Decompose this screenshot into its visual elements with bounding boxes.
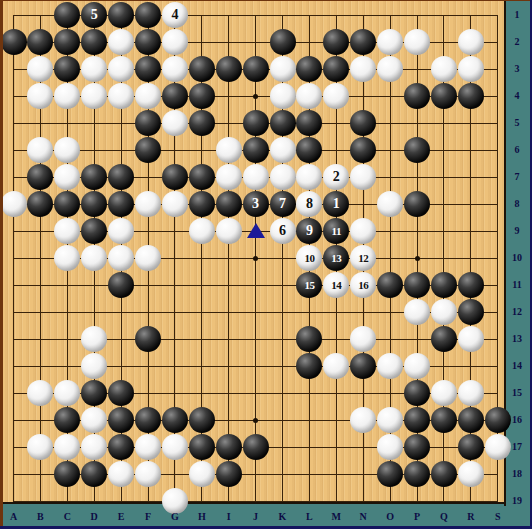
stone-G16[interactable]: [162, 407, 188, 433]
stone-H3[interactable]: [189, 56, 215, 82]
stone-N6[interactable]: [350, 137, 376, 163]
stone-E17[interactable]: [108, 434, 134, 460]
stone-E10[interactable]: [108, 245, 134, 271]
row-label-3: 3: [507, 64, 527, 74]
stone-N14[interactable]: [350, 353, 376, 379]
move-number-label: 7: [279, 197, 286, 211]
row-label-4: 4: [507, 91, 527, 101]
stone-R18[interactable]: [458, 461, 484, 487]
stone-E3[interactable]: [108, 56, 134, 82]
col-label-R: R: [465, 512, 477, 522]
stone-D3[interactable]: [81, 56, 107, 82]
board-bottom-edge: [0, 502, 506, 504]
stone-P2[interactable]: [404, 29, 430, 55]
move-number-label: 14: [331, 280, 341, 291]
stone-H4[interactable]: [189, 83, 215, 109]
stone-E8[interactable]: [108, 191, 134, 217]
stone-J6[interactable]: [243, 137, 269, 163]
move-number-label: 4: [171, 8, 178, 22]
stone-G7[interactable]: [162, 164, 188, 190]
stone-H8[interactable]: [189, 191, 215, 217]
stone-Q12[interactable]: [431, 299, 457, 325]
stone-F4[interactable]: [135, 83, 161, 109]
stone-P18[interactable]: [404, 461, 430, 487]
stone-I6[interactable]: [216, 137, 242, 163]
stone-J3[interactable]: [243, 56, 269, 82]
star-point-J16: [253, 418, 258, 423]
col-label-I: I: [223, 512, 235, 522]
stone-P16[interactable]: [404, 407, 430, 433]
stone-E15[interactable]: [108, 380, 134, 406]
col-label-O: O: [384, 512, 396, 522]
stone-G2[interactable]: [162, 29, 188, 55]
stone-K7[interactable]: [270, 164, 296, 190]
stone-E4[interactable]: [108, 83, 134, 109]
stone-F10[interactable]: [135, 245, 161, 271]
move-number-label: 12: [358, 253, 368, 264]
star-point-J10: [253, 256, 258, 261]
stone-O11[interactable]: [377, 272, 403, 298]
stone-J7[interactable]: [243, 164, 269, 190]
stone-K3[interactable]: [270, 56, 296, 82]
col-label-K: K: [277, 512, 289, 522]
stone-D9[interactable]: [81, 218, 107, 244]
move-number-label: 11: [332, 226, 341, 237]
stone-N9[interactable]: [350, 218, 376, 244]
stone-H9[interactable]: [189, 218, 215, 244]
col-label-D: D: [88, 512, 100, 522]
stone-F17[interactable]: [135, 434, 161, 460]
stone-N10[interactable]: 12: [350, 245, 376, 271]
stone-R15[interactable]: [458, 380, 484, 406]
stone-E11[interactable]: [108, 272, 134, 298]
col-label-A: A: [8, 512, 20, 522]
stone-G4[interactable]: [162, 83, 188, 109]
stone-R4[interactable]: [458, 83, 484, 109]
stone-E7[interactable]: [108, 164, 134, 190]
stone-N7[interactable]: [350, 164, 376, 190]
stone-K5[interactable]: [270, 110, 296, 136]
stone-F6[interactable]: [135, 137, 161, 163]
stone-E9[interactable]: [108, 218, 134, 244]
col-label-B: B: [34, 512, 46, 522]
row-label-15: 15: [507, 388, 527, 398]
stone-J17[interactable]: [243, 434, 269, 460]
stone-F3[interactable]: [135, 56, 161, 82]
col-label-F: F: [142, 512, 154, 522]
stone-I9[interactable]: [216, 218, 242, 244]
stone-F5[interactable]: [135, 110, 161, 136]
stone-D18[interactable]: [81, 461, 107, 487]
row-label-5: 5: [507, 118, 527, 128]
stone-D13[interactable]: [81, 326, 107, 352]
stone-N5[interactable]: [350, 110, 376, 136]
move-number-label: 15: [304, 280, 314, 291]
col-label-L: L: [303, 512, 315, 522]
stone-D1[interactable]: 5: [81, 2, 107, 28]
stone-E2[interactable]: [108, 29, 134, 55]
move-number-label: 9: [306, 224, 313, 238]
stone-I3[interactable]: [216, 56, 242, 82]
stone-R11[interactable]: [458, 272, 484, 298]
stone-K9[interactable]: 6: [270, 218, 296, 244]
stone-O2[interactable]: [377, 29, 403, 55]
window-border-left: [0, 0, 3, 529]
stone-P14[interactable]: [404, 353, 430, 379]
row-label-19: 19: [507, 496, 527, 506]
stone-G8[interactable]: [162, 191, 188, 217]
star-point-P10: [415, 256, 420, 261]
stone-Q16[interactable]: [431, 407, 457, 433]
stone-G3[interactable]: [162, 56, 188, 82]
stone-Q11[interactable]: [431, 272, 457, 298]
row-label-11: 11: [507, 280, 527, 290]
stone-D4[interactable]: [81, 83, 107, 109]
stone-F13[interactable]: [135, 326, 161, 352]
stone-K2[interactable]: [270, 29, 296, 55]
stone-F1[interactable]: [135, 2, 161, 28]
stone-D10[interactable]: [81, 245, 107, 271]
stone-D14[interactable]: [81, 353, 107, 379]
stone-N2[interactable]: [350, 29, 376, 55]
stone-D7[interactable]: [81, 164, 107, 190]
stone-F2[interactable]: [135, 29, 161, 55]
stone-I18[interactable]: [216, 461, 242, 487]
stone-F18[interactable]: [135, 461, 161, 487]
stone-A2[interactable]: [1, 29, 27, 55]
col-label-M: M: [330, 512, 342, 522]
stone-Q13[interactable]: [431, 326, 457, 352]
row-label-7: 7: [507, 172, 527, 182]
stone-H16[interactable]: [189, 407, 215, 433]
row-label-18: 18: [507, 469, 527, 479]
stone-H17[interactable]: [189, 434, 215, 460]
stone-O18[interactable]: [377, 461, 403, 487]
grid-line-horizontal: [13, 501, 498, 502]
stone-H7[interactable]: [189, 164, 215, 190]
col-label-N: N: [357, 512, 369, 522]
row-label-10: 10: [507, 253, 527, 263]
stone-O17[interactable]: [377, 434, 403, 460]
row-label-6: 6: [507, 145, 527, 155]
stone-F8[interactable]: [135, 191, 161, 217]
move-number-label: 10: [304, 253, 314, 264]
stone-R17[interactable]: [458, 434, 484, 460]
stone-G5[interactable]: [162, 110, 188, 136]
stone-H18[interactable]: [189, 461, 215, 487]
stone-D17[interactable]: [81, 434, 107, 460]
stone-P11[interactable]: [404, 272, 430, 298]
window-border-top: [0, 0, 532, 1]
stone-R12[interactable]: [458, 299, 484, 325]
stone-P15[interactable]: [404, 380, 430, 406]
stone-E18[interactable]: [108, 461, 134, 487]
star-point-J4: [253, 94, 258, 99]
stone-O14[interactable]: [377, 353, 403, 379]
stone-D8[interactable]: [81, 191, 107, 217]
stone-R16[interactable]: [458, 407, 484, 433]
row-label-8: 8: [507, 199, 527, 209]
stone-D15[interactable]: [81, 380, 107, 406]
row-label-2: 2: [507, 37, 527, 47]
go-board-frame: 54237816911101312151416 ABCDEFGHIJKLMNOP…: [0, 0, 532, 529]
stone-K4[interactable]: [270, 83, 296, 109]
stone-N11[interactable]: 16: [350, 272, 376, 298]
stone-D2[interactable]: [81, 29, 107, 55]
col-label-C: C: [61, 512, 73, 522]
col-label-S: S: [492, 512, 504, 522]
stone-N3[interactable]: [350, 56, 376, 82]
col-label-Q: Q: [438, 512, 450, 522]
stone-P6[interactable]: [404, 137, 430, 163]
stone-O3[interactable]: [377, 56, 403, 82]
stone-A8[interactable]: [1, 191, 27, 217]
move-number-label: 13: [331, 253, 341, 264]
stone-N13[interactable]: [350, 326, 376, 352]
stone-P8[interactable]: [404, 191, 430, 217]
stone-F16[interactable]: [135, 407, 161, 433]
stone-G1[interactable]: 4: [162, 2, 188, 28]
stone-K6[interactable]: [270, 137, 296, 163]
stone-K8[interactable]: 7: [270, 191, 296, 217]
row-label-13: 13: [507, 334, 527, 344]
row-label-9: 9: [507, 226, 527, 236]
row-label-14: 14: [507, 361, 527, 371]
stone-R13[interactable]: [458, 326, 484, 352]
stone-E1[interactable]: [108, 2, 134, 28]
move-number-label: 1: [333, 197, 340, 211]
col-label-H: H: [196, 512, 208, 522]
col-label-E: E: [115, 512, 127, 522]
stone-O8[interactable]: [377, 191, 403, 217]
stone-R3[interactable]: [458, 56, 484, 82]
stone-G17[interactable]: [162, 434, 188, 460]
stone-H5[interactable]: [189, 110, 215, 136]
stone-Q4[interactable]: [431, 83, 457, 109]
stone-Q15[interactable]: [431, 380, 457, 406]
stone-N16[interactable]: [350, 407, 376, 433]
stone-J5[interactable]: [243, 110, 269, 136]
move-number-label: 3: [252, 197, 259, 211]
move-number-label: 8: [306, 197, 313, 211]
row-label-17: 17: [507, 442, 527, 452]
stone-I7[interactable]: [216, 164, 242, 190]
last-move-triangle-marker: [247, 223, 265, 238]
col-label-G: G: [169, 512, 181, 522]
row-label-12: 12: [507, 307, 527, 317]
stone-D16[interactable]: [81, 407, 107, 433]
stone-P4[interactable]: [404, 83, 430, 109]
move-number-label: 6: [279, 224, 286, 238]
move-number-label: 16: [358, 280, 368, 291]
stone-J8[interactable]: 3: [243, 191, 269, 217]
stone-R2[interactable]: [458, 29, 484, 55]
stone-P12[interactable]: [404, 299, 430, 325]
stone-E16[interactable]: [108, 407, 134, 433]
row-label-1: 1: [507, 10, 527, 20]
row-label-16: 16: [507, 415, 527, 425]
move-number-label: 2: [333, 170, 340, 184]
stone-O16[interactable]: [377, 407, 403, 433]
move-number-label: 5: [91, 8, 98, 22]
col-label-J: J: [250, 512, 262, 522]
stone-I8[interactable]: [216, 191, 242, 217]
stone-P17[interactable]: [404, 434, 430, 460]
stone-Q18[interactable]: [431, 461, 457, 487]
stone-Q3[interactable]: [431, 56, 457, 82]
col-label-P: P: [411, 512, 423, 522]
stone-I17[interactable]: [216, 434, 242, 460]
